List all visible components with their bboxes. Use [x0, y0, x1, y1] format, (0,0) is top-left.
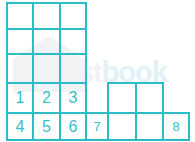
grid-cell-r4c5-empty [107, 82, 137, 114]
grid-cell-r3c1-empty [6, 53, 34, 84]
grid-cell-r5c4-label-7: 7 [85, 112, 109, 141]
grid-cell-r3c3-empty [59, 53, 87, 84]
grid-cell-r1c2-empty [32, 2, 61, 30]
grid-cell-r4c6-empty [135, 82, 164, 114]
grid-cell-r5c3-label-6: 6 [59, 112, 87, 141]
grid-cell-r2c1-empty [6, 28, 34, 55]
grid-cell-r5c5-empty [107, 112, 137, 141]
grid-cell-r5c7-label-8: 8 [162, 112, 190, 141]
puzzle-figure-canvas: testbook 12345678 [0, 0, 195, 142]
grid-cell-r4c2-label-2: 2 [32, 82, 61, 114]
grid-cell-r1c3-empty [59, 2, 87, 30]
grid-cell-r5c2-label-5: 5 [32, 112, 61, 141]
grid-cell-r2c3-empty [59, 28, 87, 55]
grid-cell-r4c1-label-1: 1 [6, 82, 34, 114]
grid-cell-r3c2-empty [32, 53, 61, 84]
grid-cell-r4c3-label-3: 3 [59, 82, 87, 114]
grid-cell-r5c1-label-4: 4 [6, 112, 34, 141]
grid-cell-r1c1-empty [6, 2, 34, 30]
grid-cell-r2c2-empty [32, 28, 61, 55]
grid-cell-r5c6-empty [135, 112, 164, 141]
puzzle-grid: 12345678 [7, 3, 189, 140]
